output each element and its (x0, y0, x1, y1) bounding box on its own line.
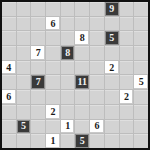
empty-cell-r7c5[interactable] (75, 105, 89, 119)
empty-cell-r1c8[interactable] (120, 17, 134, 31)
empty-cell-r9c8[interactable] (120, 134, 134, 148)
empty-cell-r9c2[interactable] (31, 134, 45, 148)
empty-cell-r3c8[interactable] (120, 46, 134, 60)
empty-cell-r1c1[interactable] (17, 17, 31, 31)
empty-cell-r2c2[interactable] (31, 31, 45, 45)
empty-cell-r9c0[interactable] (2, 134, 16, 148)
empty-cell-r0c6[interactable] (90, 2, 104, 16)
empty-cell-r7c0[interactable] (2, 105, 16, 119)
empty-cell-r2c3[interactable] (46, 31, 60, 45)
empty-cell-r4c9[interactable] (134, 61, 148, 75)
empty-cell-r2c8[interactable] (120, 31, 134, 45)
empty-cell-r4c6[interactable] (90, 61, 104, 75)
empty-cell-r1c5[interactable] (75, 17, 89, 31)
shaded-clue-cell-r3c4[interactable]: 8 (61, 46, 75, 60)
empty-cell-r1c9[interactable] (134, 17, 148, 31)
empty-cell-r5c3[interactable] (46, 75, 60, 89)
empty-cell-r3c6[interactable] (90, 46, 104, 60)
puzzle-board-frame: 96857842711562251615 (0, 0, 150, 150)
shaded-clue-cell-r9c5[interactable]: 5 (75, 134, 89, 148)
empty-cell-r8c7[interactable] (105, 120, 119, 134)
empty-cell-r3c3[interactable] (46, 46, 60, 60)
empty-cell-r4c4[interactable] (61, 61, 75, 75)
empty-cell-r3c1[interactable] (17, 46, 31, 60)
empty-cell-r4c3[interactable] (46, 61, 60, 75)
empty-cell-r9c1[interactable] (17, 134, 31, 148)
empty-cell-r7c1[interactable] (17, 105, 31, 119)
empty-cell-r5c7[interactable] (105, 75, 119, 89)
empty-cell-r4c8[interactable] (120, 61, 134, 75)
empty-cell-r6c1[interactable] (17, 90, 31, 104)
shaded-clue-cell-r5c5[interactable]: 11 (75, 75, 89, 89)
shaded-clue-cell-r0c7[interactable]: 9 (105, 2, 119, 16)
empty-cell-r8c9[interactable] (134, 120, 148, 134)
white-clue-cell-r5c9[interactable]: 5 (134, 75, 148, 89)
empty-cell-r0c3[interactable] (46, 2, 60, 16)
empty-cell-r1c7[interactable] (105, 17, 119, 31)
empty-cell-r6c3[interactable] (46, 90, 60, 104)
empty-cell-r2c1[interactable] (17, 31, 31, 45)
empty-cell-r6c7[interactable] (105, 90, 119, 104)
empty-cell-r3c7[interactable] (105, 46, 119, 60)
empty-cell-r3c9[interactable] (134, 46, 148, 60)
empty-cell-r6c4[interactable] (61, 90, 75, 104)
empty-cell-r2c9[interactable] (134, 31, 148, 45)
empty-cell-r9c9[interactable] (134, 134, 148, 148)
white-clue-cell-r1c3[interactable]: 6 (46, 17, 60, 31)
empty-cell-r4c1[interactable] (17, 61, 31, 75)
empty-cell-r3c0[interactable] (2, 46, 16, 60)
empty-cell-r2c4[interactable] (61, 31, 75, 45)
empty-cell-r0c9[interactable] (134, 2, 148, 16)
empty-cell-r5c8[interactable] (120, 75, 134, 89)
shaded-clue-cell-r2c7[interactable]: 5 (105, 31, 119, 45)
white-clue-cell-r8c6[interactable]: 6 (90, 120, 104, 134)
empty-cell-r8c5[interactable] (75, 120, 89, 134)
white-clue-cell-r9c3[interactable]: 1 (46, 134, 60, 148)
empty-cell-r7c6[interactable] (90, 105, 104, 119)
empty-cell-r8c2[interactable] (31, 120, 45, 134)
empty-cell-r5c4[interactable] (61, 75, 75, 89)
empty-cell-r0c4[interactable] (61, 2, 75, 16)
empty-cell-r0c8[interactable] (120, 2, 134, 16)
white-clue-cell-r6c0[interactable]: 6 (2, 90, 16, 104)
empty-cell-r4c2[interactable] (31, 61, 45, 75)
empty-cell-r5c6[interactable] (90, 75, 104, 89)
white-clue-cell-r3c2[interactable]: 7 (31, 46, 45, 60)
empty-cell-r6c2[interactable] (31, 90, 45, 104)
empty-cell-r0c5[interactable] (75, 2, 89, 16)
empty-cell-r0c0[interactable] (2, 2, 16, 16)
empty-cell-r6c5[interactable] (75, 90, 89, 104)
empty-cell-r1c2[interactable] (31, 17, 45, 31)
empty-cell-r7c4[interactable] (61, 105, 75, 119)
empty-cell-r1c6[interactable] (90, 17, 104, 31)
empty-cell-r8c0[interactable] (2, 120, 16, 134)
white-clue-cell-r7c3[interactable]: 2 (46, 105, 60, 119)
empty-cell-r7c7[interactable] (105, 105, 119, 119)
empty-cell-r0c2[interactable] (31, 2, 45, 16)
empty-cell-r9c4[interactable] (61, 134, 75, 148)
empty-cell-r4c5[interactable] (75, 61, 89, 75)
empty-cell-r8c3[interactable] (46, 120, 60, 134)
empty-cell-r2c0[interactable] (2, 31, 16, 45)
white-clue-cell-r6c8[interactable]: 2 (120, 90, 134, 104)
empty-cell-r3c5[interactable] (75, 46, 89, 60)
white-clue-cell-r4c0[interactable]: 4 (2, 61, 16, 75)
empty-cell-r5c1[interactable] (17, 75, 31, 89)
empty-cell-r9c6[interactable] (90, 134, 104, 148)
empty-cell-r6c9[interactable] (134, 90, 148, 104)
empty-cell-r7c2[interactable] (31, 105, 45, 119)
white-clue-cell-r8c4[interactable]: 1 (61, 120, 75, 134)
puzzle-board: 96857842711562251615 (2, 2, 148, 148)
empty-cell-r8c8[interactable] (120, 120, 134, 134)
empty-cell-r6c6[interactable] (90, 90, 104, 104)
empty-cell-r7c9[interactable] (134, 105, 148, 119)
shaded-clue-cell-r5c2[interactable]: 7 (31, 75, 45, 89)
empty-cell-r9c7[interactable] (105, 134, 119, 148)
empty-cell-r5c0[interactable] (2, 75, 16, 89)
empty-cell-r2c6[interactable] (90, 31, 104, 45)
white-clue-cell-r4c7[interactable]: 2 (105, 61, 119, 75)
empty-cell-r1c4[interactable] (61, 17, 75, 31)
white-clue-cell-r2c5[interactable]: 8 (75, 31, 89, 45)
empty-cell-r7c8[interactable] (120, 105, 134, 119)
empty-cell-r0c1[interactable] (17, 2, 31, 16)
empty-cell-r1c0[interactable] (2, 17, 16, 31)
shaded-clue-cell-r8c1[interactable]: 5 (17, 120, 31, 134)
